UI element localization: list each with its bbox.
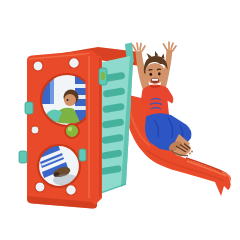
play-gym-illustration <box>0 0 240 240</box>
boy-eye <box>158 72 161 75</box>
hole <box>31 126 39 134</box>
lower-window <box>38 144 80 187</box>
hole <box>35 182 45 192</box>
hole <box>66 185 77 196</box>
product-photo <box>0 0 240 240</box>
ball-highlight <box>68 127 72 131</box>
clip <box>19 151 27 163</box>
clip <box>25 102 33 114</box>
ball-porthole <box>65 124 79 138</box>
clip <box>79 149 86 161</box>
upper-window <box>40 74 93 126</box>
inside-child-face <box>64 94 76 106</box>
boy-teeth <box>152 79 158 81</box>
latch-button <box>101 72 105 80</box>
latch-clip <box>99 68 107 85</box>
boy-eye <box>150 73 153 76</box>
hole <box>33 61 43 71</box>
hole <box>69 58 80 69</box>
